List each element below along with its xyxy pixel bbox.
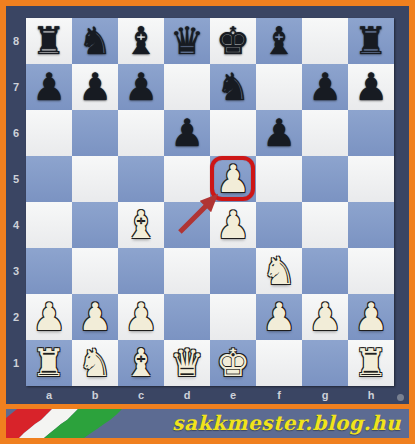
rank-label-2: 2	[6, 294, 26, 340]
square-e3	[210, 248, 256, 294]
square-a4	[26, 202, 72, 248]
white-pawn-a2: ♟	[32, 294, 66, 340]
square-f2: ♟	[256, 294, 302, 340]
white-bishop-c1: ♝	[124, 340, 158, 386]
square-c8: ♝	[118, 18, 164, 64]
square-a5	[26, 156, 72, 202]
square-g1	[302, 340, 348, 386]
hungarian-flag-icon	[6, 409, 146, 438]
diagram-frame: 87654321 ♜♞♝♛♚♝♜♟♟♟♞♟♟♟♟♟♝♟♞♟♟♟♟♟♟♜♞♝♛♚♜…	[0, 0, 415, 444]
rank-label-7: 7	[6, 64, 26, 110]
board-panel: 87654321 ♜♞♝♛♚♝♜♟♟♟♞♟♟♟♟♟♝♟♞♟♟♟♟♟♟♜♞♝♛♚♜…	[6, 6, 409, 404]
square-d7	[164, 64, 210, 110]
white-king-e1: ♚	[216, 340, 250, 386]
square-d5	[164, 156, 210, 202]
black-knight-b8: ♞	[78, 18, 112, 64]
square-h6	[348, 110, 394, 156]
file-label-c: c	[118, 388, 164, 402]
square-b6	[72, 110, 118, 156]
square-e2	[210, 294, 256, 340]
chess-board: ♜♞♝♛♚♝♜♟♟♟♞♟♟♟♟♟♝♟♞♟♟♟♟♟♟♜♞♝♛♚♜	[26, 18, 394, 386]
black-rook-a8: ♜	[32, 18, 66, 64]
square-b8: ♞	[72, 18, 118, 64]
square-h1: ♜	[348, 340, 394, 386]
square-g6	[302, 110, 348, 156]
square-g5	[302, 156, 348, 202]
square-a1: ♜	[26, 340, 72, 386]
square-h5	[348, 156, 394, 202]
file-labels: abcdefgh	[26, 388, 394, 402]
square-c1: ♝	[118, 340, 164, 386]
white-pawn-h2: ♟	[354, 294, 388, 340]
square-e5: ♟	[210, 156, 256, 202]
black-pawn-f6: ♟	[262, 110, 296, 156]
black-pawn-c7: ♟	[124, 64, 158, 110]
square-f8: ♝	[256, 18, 302, 64]
square-g4	[302, 202, 348, 248]
file-label-e: e	[210, 388, 256, 402]
square-d4	[164, 202, 210, 248]
white-queen-d1: ♛	[170, 340, 204, 386]
white-pawn-c2: ♟	[124, 294, 158, 340]
black-bishop-f8: ♝	[262, 18, 296, 64]
black-pawn-a7: ♟	[32, 64, 66, 110]
white-pawn-e4: ♟	[216, 202, 250, 248]
square-d8: ♛	[164, 18, 210, 64]
black-pawn-g7: ♟	[308, 64, 342, 110]
square-b1: ♞	[72, 340, 118, 386]
square-a7: ♟	[26, 64, 72, 110]
square-b4	[72, 202, 118, 248]
square-g3	[302, 248, 348, 294]
rank-label-8: 8	[6, 18, 26, 64]
square-f7	[256, 64, 302, 110]
file-label-h: h	[348, 388, 394, 402]
square-e1: ♚	[210, 340, 256, 386]
square-e6	[210, 110, 256, 156]
black-queen-d8: ♛	[170, 18, 204, 64]
rank-label-3: 3	[6, 248, 26, 294]
square-d2	[164, 294, 210, 340]
square-c6	[118, 110, 164, 156]
black-king-e8: ♚	[216, 18, 250, 64]
white-knight-b1: ♞	[78, 340, 112, 386]
square-e7: ♞	[210, 64, 256, 110]
black-pawn-b7: ♟	[78, 64, 112, 110]
square-f1	[256, 340, 302, 386]
file-label-g: g	[302, 388, 348, 402]
rank-labels: 87654321	[6, 18, 26, 386]
file-label-f: f	[256, 388, 302, 402]
square-b3	[72, 248, 118, 294]
square-c7: ♟	[118, 64, 164, 110]
square-f3: ♞	[256, 248, 302, 294]
square-h7: ♟	[348, 64, 394, 110]
file-label-a: a	[26, 388, 72, 402]
square-e8: ♚	[210, 18, 256, 64]
rank-label-4: 4	[6, 202, 26, 248]
square-d1: ♛	[164, 340, 210, 386]
square-d3	[164, 248, 210, 294]
square-c2: ♟	[118, 294, 164, 340]
black-bishop-c8: ♝	[124, 18, 158, 64]
square-g2: ♟	[302, 294, 348, 340]
black-pawn-h7: ♟	[354, 64, 388, 110]
white-rook-h1: ♜	[354, 340, 388, 386]
square-f6: ♟	[256, 110, 302, 156]
rank-label-5: 5	[6, 156, 26, 202]
white-knight-f3: ♞	[262, 248, 296, 294]
square-f5	[256, 156, 302, 202]
square-a6	[26, 110, 72, 156]
black-knight-e7: ♞	[216, 64, 250, 110]
white-rook-a1: ♜	[32, 340, 66, 386]
white-pawn-g2: ♟	[308, 294, 342, 340]
square-h8: ♜	[348, 18, 394, 64]
square-b5	[72, 156, 118, 202]
square-b7: ♟	[72, 64, 118, 110]
rank-label-6: 6	[6, 110, 26, 156]
square-e4: ♟	[210, 202, 256, 248]
file-label-b: b	[72, 388, 118, 402]
square-d6: ♟	[164, 110, 210, 156]
square-c5	[118, 156, 164, 202]
square-g7: ♟	[302, 64, 348, 110]
square-a3	[26, 248, 72, 294]
branding-bar: sakkmester.blog.hu	[6, 409, 409, 438]
white-pawn-e5: ♟	[216, 156, 250, 202]
square-c4: ♝	[118, 202, 164, 248]
black-pawn-d6: ♟	[170, 110, 204, 156]
branding-watermark: sakkmester.blog.hu	[172, 409, 401, 438]
square-a2: ♟	[26, 294, 72, 340]
corner-dot-decoration	[397, 394, 404, 401]
white-pawn-b2: ♟	[78, 294, 112, 340]
square-h3	[348, 248, 394, 294]
square-h2: ♟	[348, 294, 394, 340]
square-f4	[256, 202, 302, 248]
square-b2: ♟	[72, 294, 118, 340]
square-a8: ♜	[26, 18, 72, 64]
square-c3	[118, 248, 164, 294]
rank-label-1: 1	[6, 340, 26, 386]
white-bishop-c4: ♝	[124, 202, 158, 248]
square-h4	[348, 202, 394, 248]
black-rook-h8: ♜	[354, 18, 388, 64]
white-pawn-f2: ♟	[262, 294, 296, 340]
file-label-d: d	[164, 388, 210, 402]
square-g8	[302, 18, 348, 64]
